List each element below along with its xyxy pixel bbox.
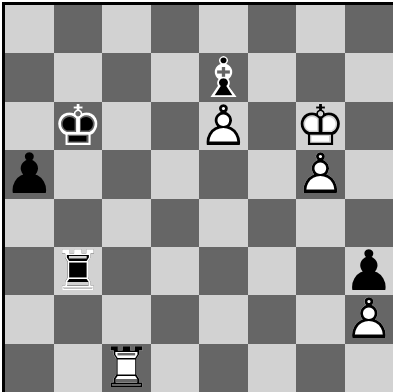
square-h8[interactable] [345, 5, 393, 53]
square-g7[interactable] [296, 53, 345, 101]
square-g8[interactable] [296, 5, 345, 53]
square-c4[interactable] [102, 199, 151, 247]
square-e1[interactable] [199, 344, 248, 392]
square-e6[interactable]: ♟♙ [199, 102, 248, 150]
square-g6[interactable]: ♚♔ [296, 102, 345, 150]
square-b6[interactable]: ♚♔ [54, 102, 103, 150]
black-king-glyph-line: ♔ [54, 102, 103, 150]
square-c3[interactable] [102, 247, 151, 295]
square-c6[interactable] [102, 102, 151, 150]
square-d6[interactable] [151, 102, 200, 150]
square-f6[interactable] [248, 102, 297, 150]
black-pawn-piece: ♟ [345, 247, 393, 295]
square-e7[interactable]: ♝♗ [199, 53, 248, 101]
white-pawn-glyph-line: ♙ [199, 102, 248, 150]
square-a5[interactable]: ♟ [5, 150, 54, 198]
square-d7[interactable] [151, 53, 200, 101]
square-b2[interactable] [54, 295, 103, 343]
square-h4[interactable] [345, 199, 393, 247]
white-pawn-glyph-fill: ♟ [296, 150, 345, 198]
white-pawn-piece: ♟♙ [199, 102, 248, 150]
white-king-glyph-fill: ♚ [296, 102, 345, 150]
square-h1[interactable] [345, 344, 393, 392]
square-b7[interactable] [54, 53, 103, 101]
square-f4[interactable] [248, 199, 297, 247]
square-b8[interactable] [54, 5, 103, 53]
square-a8[interactable] [5, 5, 54, 53]
square-f8[interactable] [248, 5, 297, 53]
white-pawn-glyph-line: ♙ [345, 295, 393, 343]
white-king-glyph-line: ♔ [296, 102, 345, 150]
square-e3[interactable] [199, 247, 248, 295]
square-g4[interactable] [296, 199, 345, 247]
white-king-piece: ♚♔ [296, 102, 345, 150]
square-b3[interactable]: ♜♖ [54, 247, 103, 295]
square-f1[interactable] [248, 344, 297, 392]
white-pawn-glyph-fill: ♟ [199, 102, 248, 150]
square-g5[interactable]: ♟♙ [296, 150, 345, 198]
black-rook-glyph-fill: ♜ [54, 247, 103, 295]
square-g3[interactable] [296, 247, 345, 295]
white-rook-glyph-line: ♖ [102, 344, 151, 392]
square-h7[interactable] [345, 53, 393, 101]
square-f2[interactable] [248, 295, 297, 343]
square-b5[interactable] [54, 150, 103, 198]
black-rook-piece: ♜♖ [54, 247, 103, 295]
black-pawn-glyph-fill: ♟ [5, 150, 54, 198]
square-e5[interactable] [199, 150, 248, 198]
square-d1[interactable] [151, 344, 200, 392]
square-g2[interactable] [296, 295, 345, 343]
chess-board-frame: ♝♗♚♔♟♙♚♔♟♟♙♜♖♟♟♙♜♖ [2, 2, 393, 392]
black-king-glyph-fill: ♚ [54, 102, 103, 150]
square-h5[interactable] [345, 150, 393, 198]
square-e4[interactable] [199, 199, 248, 247]
square-f7[interactable] [248, 53, 297, 101]
square-c5[interactable] [102, 150, 151, 198]
square-a3[interactable] [5, 247, 54, 295]
black-bishop-piece: ♝♗ [199, 53, 248, 101]
square-h6[interactable] [345, 102, 393, 150]
square-h3[interactable]: ♟ [345, 247, 393, 295]
square-d4[interactable] [151, 199, 200, 247]
square-c8[interactable] [102, 5, 151, 53]
white-pawn-piece: ♟♙ [296, 150, 345, 198]
square-h2[interactable]: ♟♙ [345, 295, 393, 343]
square-a1[interactable] [5, 344, 54, 392]
square-a7[interactable] [5, 53, 54, 101]
square-g1[interactable] [296, 344, 345, 392]
square-d5[interactable] [151, 150, 200, 198]
square-b1[interactable] [54, 344, 103, 392]
square-d8[interactable] [151, 5, 200, 53]
chess-board: ♝♗♚♔♟♙♚♔♟♟♙♜♖♟♟♙♜♖ [5, 5, 393, 392]
white-pawn-glyph-fill: ♟ [345, 295, 393, 343]
square-a6[interactable] [5, 102, 54, 150]
white-pawn-glyph-line: ♙ [296, 150, 345, 198]
square-a4[interactable] [5, 199, 54, 247]
black-rook-glyph-line: ♖ [54, 247, 103, 295]
square-e2[interactable] [199, 295, 248, 343]
square-e8[interactable] [199, 5, 248, 53]
square-d2[interactable] [151, 295, 200, 343]
black-king-piece: ♚♔ [54, 102, 103, 150]
black-pawn-piece: ♟ [5, 150, 54, 198]
square-f5[interactable] [248, 150, 297, 198]
white-pawn-piece: ♟♙ [345, 295, 393, 343]
square-c7[interactable] [102, 53, 151, 101]
black-bishop-glyph-fill: ♝ [199, 53, 248, 101]
black-bishop-glyph-line: ♗ [199, 53, 248, 101]
square-a2[interactable] [5, 295, 54, 343]
black-pawn-glyph-fill: ♟ [345, 247, 393, 295]
square-f3[interactable] [248, 247, 297, 295]
square-c2[interactable] [102, 295, 151, 343]
white-rook-glyph-fill: ♜ [102, 344, 151, 392]
square-b4[interactable] [54, 199, 103, 247]
square-d3[interactable] [151, 247, 200, 295]
white-rook-piece: ♜♖ [102, 344, 151, 392]
square-c1[interactable]: ♜♖ [102, 344, 151, 392]
